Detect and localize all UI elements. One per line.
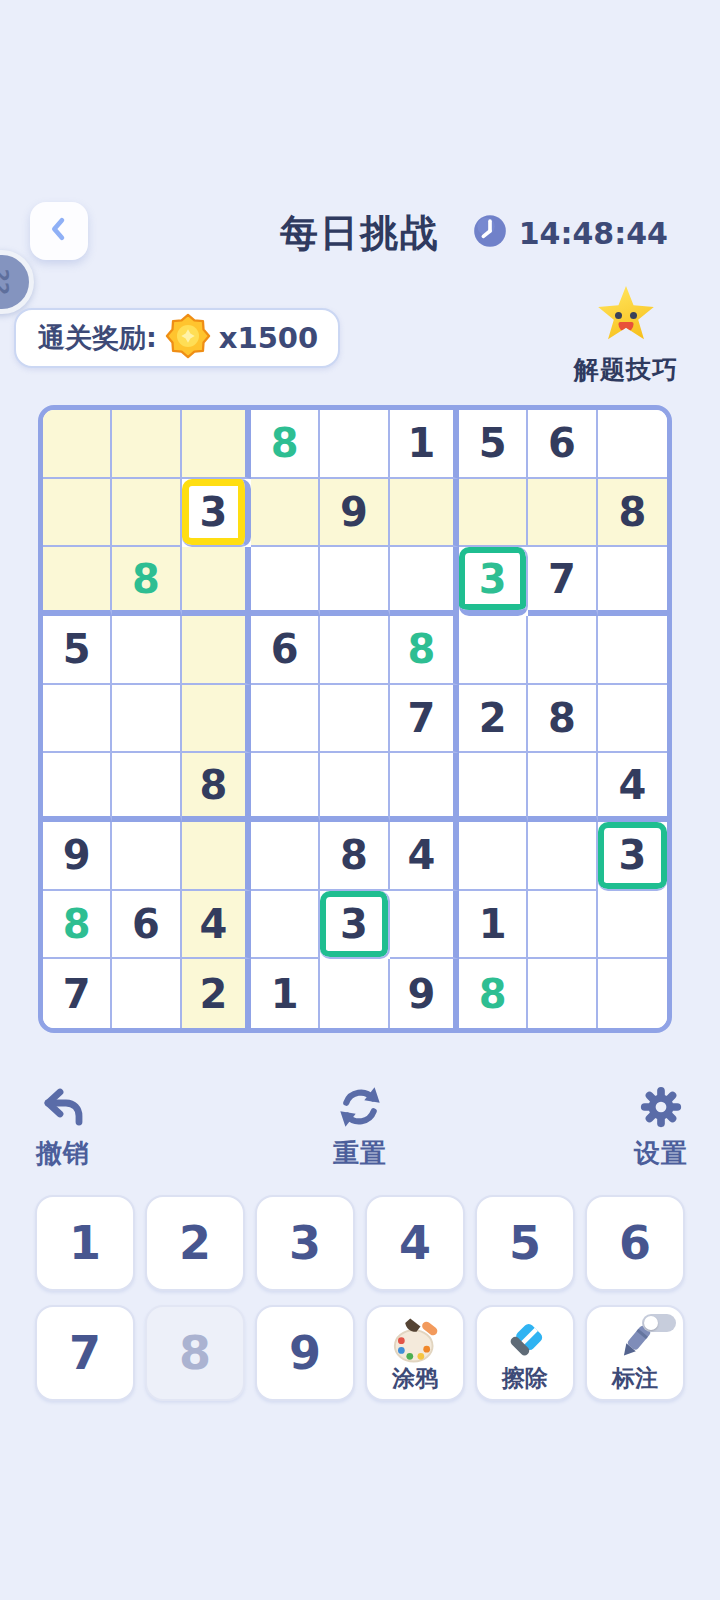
- cell-r2c3[interactable]: 3: [182, 479, 251, 548]
- cell-r9c7[interactable]: 8: [459, 959, 528, 1028]
- numpad-digit-1[interactable]: 1: [35, 1195, 135, 1291]
- numpad-digit-5[interactable]: 5: [475, 1195, 575, 1291]
- cell-r9c4[interactable]: 1: [251, 959, 320, 1028]
- cell-r2c1[interactable]: [43, 479, 112, 548]
- cell-r1c3[interactable]: [182, 410, 251, 479]
- sudoku-board: 81563988375687288498438643172198: [38, 405, 672, 1033]
- numpad-digit-2[interactable]: 2: [145, 1195, 245, 1291]
- cell-r5c4[interactable]: [251, 685, 320, 754]
- settings-icon: [638, 1082, 684, 1132]
- cell-r7c7[interactable]: [459, 822, 528, 891]
- timer: 14:48:44: [471, 212, 668, 254]
- cell-r9c1[interactable]: 7: [43, 959, 112, 1028]
- numpad-digit-3[interactable]: 3: [255, 1195, 355, 1291]
- cell-r6c7[interactable]: [459, 753, 528, 822]
- undo-label: 撤销: [36, 1136, 90, 1171]
- cell-r1c2[interactable]: [112, 410, 181, 479]
- cell-r7c3[interactable]: [182, 822, 251, 891]
- cell-r3c7[interactable]: 3: [459, 547, 528, 616]
- cell-r2c2[interactable]: [112, 479, 181, 548]
- cell-r3c2[interactable]: 8: [112, 547, 181, 616]
- cell-r8c6[interactable]: [390, 891, 459, 960]
- cell-r1c4[interactable]: 8: [251, 410, 320, 479]
- cell-r1c6[interactable]: 1: [390, 410, 459, 479]
- cell-r3c4[interactable]: [251, 547, 320, 616]
- cell-r9c9[interactable]: [598, 959, 667, 1028]
- reward-amount: x1500: [219, 321, 318, 355]
- settings-label: 设置: [634, 1136, 688, 1171]
- cell-r1c1[interactable]: [43, 410, 112, 479]
- cell-r7c1[interactable]: 9: [43, 822, 112, 891]
- cell-r2c4[interactable]: [251, 479, 320, 548]
- annotate-label: 标注: [587, 1363, 683, 1394]
- tips-button[interactable]: 解题技巧: [566, 286, 686, 386]
- cell-r6c2[interactable]: [112, 753, 181, 822]
- cell-r8c3[interactable]: 4: [182, 891, 251, 960]
- star-face-icon: [597, 286, 655, 344]
- cell-r5c6[interactable]: 7: [390, 685, 459, 754]
- cell-r8c1[interactable]: 8: [43, 891, 112, 960]
- annotate-button[interactable]: 标注: [585, 1305, 685, 1401]
- numpad-digit-4[interactable]: 4: [365, 1195, 465, 1291]
- cell-r4c5[interactable]: [320, 616, 389, 685]
- cell-r9c8[interactable]: [528, 959, 597, 1028]
- cell-r6c6[interactable]: [390, 753, 459, 822]
- cell-r2c6[interactable]: [390, 479, 459, 548]
- reward-label: 通关奖励:: [38, 320, 157, 356]
- reset-label: 重置: [333, 1136, 387, 1171]
- numpad-digit-7[interactable]: 7: [35, 1305, 135, 1401]
- cell-r6c3[interactable]: 8: [182, 753, 251, 822]
- cell-r9c2[interactable]: [112, 959, 181, 1028]
- cell-r1c5[interactable]: [320, 410, 389, 479]
- reset-icon: [336, 1082, 384, 1132]
- cell-r2c9[interactable]: 8: [598, 479, 667, 548]
- cell-r9c6[interactable]: 9: [390, 959, 459, 1028]
- cell-r7c9[interactable]: 3: [598, 822, 667, 891]
- cell-r7c5[interactable]: 8: [320, 822, 389, 891]
- erase-button[interactable]: 擦除: [475, 1305, 575, 1401]
- cell-r3c5[interactable]: [320, 547, 389, 616]
- coin-icon: [165, 313, 211, 363]
- cell-r4c7[interactable]: [459, 616, 528, 685]
- cell-r8c9[interactable]: [598, 891, 667, 960]
- cell-r4c9[interactable]: [598, 616, 667, 685]
- cell-r4c3[interactable]: [182, 616, 251, 685]
- cell-r2c8[interactable]: [528, 479, 597, 548]
- cell-r4c4[interactable]: 6: [251, 616, 320, 685]
- cell-r7c2[interactable]: [112, 822, 181, 891]
- numpad-digit-8[interactable]: 8: [145, 1305, 245, 1401]
- doodle-button[interactable]: 涂鸦: [365, 1305, 465, 1401]
- undo-icon: [39, 1082, 87, 1132]
- reward-banner: 通关奖励: x1500: [14, 308, 340, 368]
- cell-r3c1[interactable]: [43, 547, 112, 616]
- cell-r6c1[interactable]: [43, 753, 112, 822]
- cell-r6c4[interactable]: [251, 753, 320, 822]
- cell-r6c9[interactable]: 4: [598, 753, 667, 822]
- annotate-toggle-off[interactable]: [642, 1314, 676, 1332]
- cell-r6c8[interactable]: [528, 753, 597, 822]
- cell-r3c6[interactable]: [390, 547, 459, 616]
- undo-button[interactable]: 撤销: [36, 1082, 90, 1171]
- numpad-digit-6[interactable]: 6: [585, 1195, 685, 1291]
- cell-r8c2[interactable]: 6: [112, 891, 181, 960]
- cell-r8c5[interactable]: 3: [320, 891, 389, 960]
- clock-icon: [471, 212, 509, 254]
- erase-label: 擦除: [477, 1363, 573, 1394]
- cell-r9c5[interactable]: [320, 959, 389, 1028]
- cell-r1c9[interactable]: [598, 410, 667, 479]
- cell-r5c5[interactable]: [320, 685, 389, 754]
- settings-button[interactable]: 设置: [634, 1082, 688, 1171]
- cell-r2c5[interactable]: 9: [320, 479, 389, 548]
- cell-r7c6[interactable]: 4: [390, 822, 459, 891]
- cell-r4c1[interactable]: 5: [43, 616, 112, 685]
- elapsed-time: 14:48:44: [519, 216, 668, 251]
- cell-r5c2[interactable]: [112, 685, 181, 754]
- cell-r3c9[interactable]: [598, 547, 667, 616]
- cell-r1c8[interactable]: 6: [528, 410, 597, 479]
- reset-button[interactable]: 重置: [333, 1082, 387, 1171]
- cell-r4c6[interactable]: 8: [390, 616, 459, 685]
- numpad-row-2: 789 涂鸦: [35, 1305, 685, 1401]
- numpad-row-1: 123456: [35, 1195, 685, 1291]
- cell-r7c8[interactable]: [528, 822, 597, 891]
- cell-r3c3[interactable]: [182, 547, 251, 616]
- cell-r8c4[interactable]: [251, 891, 320, 960]
- cell-r8c8[interactable]: [528, 891, 597, 960]
- cell-r5c7[interactable]: 2: [459, 685, 528, 754]
- side-badge-label: 22: [0, 269, 13, 295]
- cell-r6c5[interactable]: [320, 753, 389, 822]
- cell-r1c7[interactable]: 5: [459, 410, 528, 479]
- cell-r9c3[interactable]: 2: [182, 959, 251, 1028]
- doodle-label: 涂鸦: [367, 1363, 463, 1394]
- cell-r2c7[interactable]: [459, 479, 528, 548]
- side-float-badge[interactable]: 22: [0, 250, 34, 314]
- cell-r5c3[interactable]: [182, 685, 251, 754]
- tips-label: 解题技巧: [566, 353, 686, 386]
- cell-r4c8[interactable]: [528, 616, 597, 685]
- cell-r5c8[interactable]: 8: [528, 685, 597, 754]
- numpad-digit-9[interactable]: 9: [255, 1305, 355, 1401]
- sudoku-daily-challenge-screen: 每日挑战 14:48:44 22 通关奖励: x1500: [0, 0, 720, 1600]
- cell-r4c2[interactable]: [112, 616, 181, 685]
- cell-r5c1[interactable]: [43, 685, 112, 754]
- cell-r3c8[interactable]: 7: [528, 547, 597, 616]
- cell-r5c9[interactable]: [598, 685, 667, 754]
- cell-r7c4[interactable]: [251, 822, 320, 891]
- cell-r8c7[interactable]: 1: [459, 891, 528, 960]
